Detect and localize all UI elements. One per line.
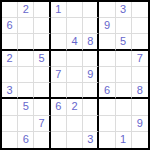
cell-r8c2[interactable] bbox=[18, 116, 34, 132]
cell-r1c2[interactable]: 2 bbox=[18, 2, 34, 18]
cell-r4c7[interactable] bbox=[99, 51, 115, 67]
cell-r7c4[interactable]: 6 bbox=[51, 99, 67, 115]
cell-r7c7[interactable] bbox=[99, 99, 115, 115]
cell-r7c5[interactable]: 2 bbox=[67, 99, 83, 115]
cell-r4c9[interactable]: 7 bbox=[132, 51, 148, 67]
cell-r3c5[interactable]: 4 bbox=[67, 34, 83, 50]
cell-r9c3[interactable] bbox=[34, 132, 50, 148]
cell-r5c9[interactable] bbox=[132, 67, 148, 83]
cell-r2c2[interactable] bbox=[18, 18, 34, 34]
cell-r9c7[interactable] bbox=[99, 132, 115, 148]
cell-r3c1[interactable] bbox=[2, 34, 18, 50]
cell-r8c1[interactable] bbox=[2, 116, 18, 132]
cell-r7c9[interactable] bbox=[132, 99, 148, 115]
cell-r6c7[interactable]: 6 bbox=[99, 83, 115, 99]
cell-r6c9[interactable]: 8 bbox=[132, 83, 148, 99]
cell-r2c4[interactable] bbox=[51, 18, 67, 34]
cell-r4c8[interactable] bbox=[116, 51, 132, 67]
cell-r3c8[interactable]: 5 bbox=[116, 34, 132, 50]
cell-r7c6[interactable] bbox=[83, 99, 99, 115]
cell-r8c8[interactable] bbox=[116, 116, 132, 132]
cell-r1c9[interactable] bbox=[132, 2, 148, 18]
cell-r1c1[interactable] bbox=[2, 2, 18, 18]
cell-r4c4[interactable] bbox=[51, 51, 67, 67]
cell-r8c9[interactable]: 9 bbox=[132, 116, 148, 132]
cell-r4c2[interactable] bbox=[18, 51, 34, 67]
cell-r8c3[interactable]: 7 bbox=[34, 116, 50, 132]
cell-r2c9[interactable] bbox=[132, 18, 148, 34]
cell-r1c5[interactable] bbox=[67, 2, 83, 18]
cell-r9c2[interactable]: 6 bbox=[18, 132, 34, 148]
cell-r3c7[interactable] bbox=[99, 34, 115, 50]
cell-r5c7[interactable] bbox=[99, 67, 115, 83]
cell-r4c6[interactable] bbox=[83, 51, 99, 67]
cell-r8c4[interactable] bbox=[51, 116, 67, 132]
cell-r3c4[interactable] bbox=[51, 34, 67, 50]
cell-r6c2[interactable] bbox=[18, 83, 34, 99]
cell-r4c1[interactable]: 2 bbox=[2, 51, 18, 67]
cell-r2c3[interactable] bbox=[34, 18, 50, 34]
cell-r3c9[interactable] bbox=[132, 34, 148, 50]
cell-r1c3[interactable] bbox=[34, 2, 50, 18]
cell-r6c4[interactable] bbox=[51, 83, 67, 99]
cell-r3c2[interactable] bbox=[18, 34, 34, 50]
cell-r3c6[interactable]: 8 bbox=[83, 34, 99, 50]
cell-r7c3[interactable] bbox=[34, 99, 50, 115]
cell-r7c1[interactable] bbox=[2, 99, 18, 115]
cell-r6c3[interactable] bbox=[34, 83, 50, 99]
cell-r8c6[interactable] bbox=[83, 116, 99, 132]
cell-r4c3[interactable]: 5 bbox=[34, 51, 50, 67]
cell-r2c6[interactable] bbox=[83, 18, 99, 34]
cell-r5c8[interactable] bbox=[116, 67, 132, 83]
cell-r7c2[interactable]: 5 bbox=[18, 99, 34, 115]
cell-r6c5[interactable] bbox=[67, 83, 83, 99]
cell-r9c5[interactable] bbox=[67, 132, 83, 148]
cell-r6c6[interactable] bbox=[83, 83, 99, 99]
cell-r6c1[interactable]: 3 bbox=[2, 83, 18, 99]
cell-r5c2[interactable] bbox=[18, 67, 34, 83]
cell-r9c4[interactable] bbox=[51, 132, 67, 148]
cell-r6c8[interactable] bbox=[116, 83, 132, 99]
cell-r2c8[interactable] bbox=[116, 18, 132, 34]
cell-r9c8[interactable]: 1 bbox=[116, 132, 132, 148]
cell-r5c5[interactable] bbox=[67, 67, 83, 83]
cell-r7c8[interactable] bbox=[116, 99, 132, 115]
cell-r5c3[interactable] bbox=[34, 67, 50, 83]
cell-r3c3[interactable] bbox=[34, 34, 50, 50]
cell-r1c6[interactable] bbox=[83, 2, 99, 18]
cell-r1c8[interactable]: 3 bbox=[116, 2, 132, 18]
cell-r2c7[interactable]: 9 bbox=[99, 18, 115, 34]
cell-r2c1[interactable]: 6 bbox=[2, 18, 18, 34]
cell-r9c9[interactable] bbox=[132, 132, 148, 148]
cell-r1c7[interactable] bbox=[99, 2, 115, 18]
cell-r5c4[interactable]: 7 bbox=[51, 67, 67, 83]
cell-r8c7[interactable] bbox=[99, 116, 115, 132]
cell-r2c5[interactable] bbox=[67, 18, 83, 34]
cell-r5c1[interactable] bbox=[2, 67, 18, 83]
cell-r1c4[interactable]: 1 bbox=[51, 2, 67, 18]
cell-r4c5[interactable] bbox=[67, 51, 83, 67]
cell-r9c6[interactable]: 3 bbox=[83, 132, 99, 148]
cell-r5c6[interactable]: 9 bbox=[83, 67, 99, 83]
sudoku-board: 213694852577936856279631 bbox=[0, 0, 150, 150]
cell-r8c5[interactable] bbox=[67, 116, 83, 132]
cell-r9c1[interactable] bbox=[2, 132, 18, 148]
